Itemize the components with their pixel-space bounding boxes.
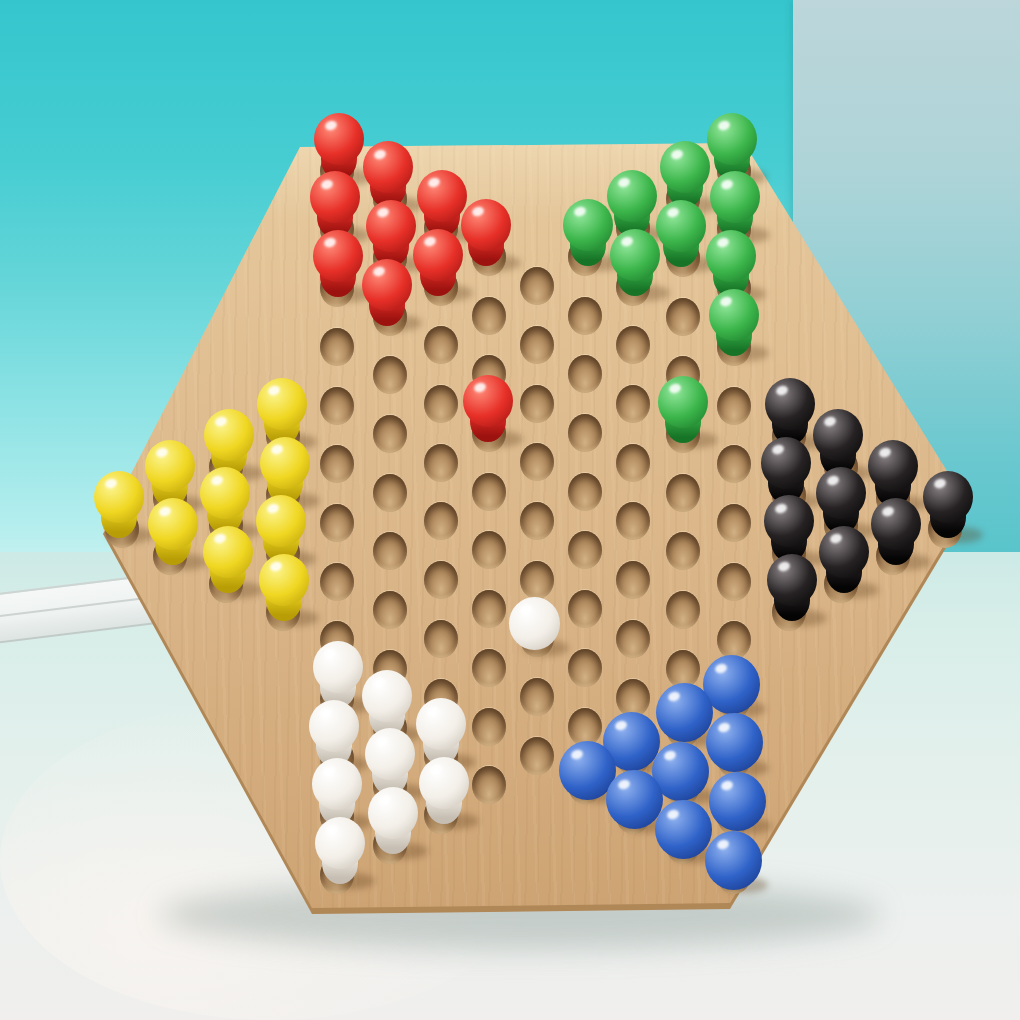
hole-c10-6[interactable] bbox=[616, 561, 650, 599]
specular-highlight bbox=[829, 533, 843, 545]
peg-head bbox=[203, 526, 253, 578]
hole-c7-9[interactable] bbox=[472, 766, 506, 804]
peg-head bbox=[314, 113, 364, 165]
hole-c5-6[interactable] bbox=[373, 532, 407, 570]
specular-highlight bbox=[269, 561, 283, 573]
peg-head bbox=[463, 375, 513, 427]
hole-c8-3[interactable] bbox=[520, 443, 554, 481]
peg-head bbox=[764, 495, 814, 547]
hole-c6-6[interactable] bbox=[424, 561, 458, 599]
hole-c11-7[interactable] bbox=[666, 591, 700, 629]
specular-highlight bbox=[670, 148, 684, 160]
ball bbox=[655, 800, 712, 859]
specular-highlight bbox=[322, 765, 336, 777]
specular-highlight bbox=[714, 662, 728, 674]
specular-highlight bbox=[323, 237, 337, 249]
specular-highlight bbox=[270, 443, 284, 455]
peg-head bbox=[461, 199, 511, 251]
specular-highlight bbox=[323, 648, 337, 660]
specular-highlight bbox=[716, 838, 730, 850]
peg-head bbox=[819, 526, 869, 578]
peg-head bbox=[257, 378, 307, 430]
hole-c9-1[interactable] bbox=[568, 297, 602, 335]
peg-head bbox=[416, 698, 466, 750]
specular-highlight bbox=[668, 383, 682, 395]
specular-highlight bbox=[667, 691, 681, 703]
scene bbox=[0, 0, 1020, 1020]
specular-highlight bbox=[373, 148, 387, 160]
peg-head bbox=[610, 229, 660, 281]
specular-highlight bbox=[573, 206, 587, 218]
ball bbox=[705, 831, 762, 890]
hole-c9-5[interactable] bbox=[568, 531, 602, 569]
peg-head bbox=[366, 200, 416, 252]
hole-c8-8[interactable] bbox=[520, 737, 554, 775]
hole-c4-6[interactable] bbox=[320, 504, 354, 542]
hole-c5-4[interactable] bbox=[373, 415, 407, 453]
peg-head bbox=[813, 409, 863, 461]
specular-highlight bbox=[325, 824, 339, 836]
specular-highlight bbox=[213, 533, 227, 545]
hole-c7-5[interactable] bbox=[472, 531, 506, 569]
hole-c7-8[interactable] bbox=[472, 708, 506, 746]
peg-head bbox=[259, 554, 309, 606]
peg-head bbox=[315, 817, 365, 869]
specular-highlight bbox=[570, 749, 584, 761]
specular-highlight bbox=[933, 477, 947, 489]
peg-head bbox=[923, 471, 973, 523]
peg-head bbox=[148, 498, 198, 550]
peg-head bbox=[417, 170, 467, 222]
hole-c7-6[interactable] bbox=[472, 590, 506, 628]
specular-highlight bbox=[719, 295, 733, 307]
hole-c11-6[interactable] bbox=[666, 532, 700, 570]
specular-highlight bbox=[717, 721, 731, 733]
specular-highlight bbox=[777, 561, 791, 573]
hole-c9-6[interactable] bbox=[568, 590, 602, 628]
specular-highlight bbox=[614, 720, 628, 732]
hole-c12-8[interactable] bbox=[717, 621, 751, 659]
hole-c6-2[interactable] bbox=[424, 326, 458, 364]
peg-head bbox=[765, 378, 815, 430]
specular-highlight bbox=[775, 385, 789, 397]
specular-highlight bbox=[324, 119, 338, 131]
peg-head bbox=[309, 700, 359, 752]
specular-highlight bbox=[266, 502, 280, 514]
hole-c12-5[interactable] bbox=[717, 445, 751, 483]
hole-c8-5[interactable] bbox=[520, 561, 554, 599]
hole-c4-3[interactable] bbox=[320, 328, 354, 366]
peg-head bbox=[871, 498, 921, 550]
peg-head bbox=[658, 376, 708, 428]
peg-head bbox=[419, 757, 469, 809]
specular-highlight bbox=[881, 505, 895, 517]
hole-c9-4[interactable] bbox=[568, 473, 602, 511]
hole-c8-7[interactable] bbox=[520, 678, 554, 716]
ball bbox=[606, 770, 663, 829]
specular-highlight bbox=[666, 207, 680, 219]
hole-c6-3[interactable] bbox=[424, 385, 458, 423]
hole-c11-2[interactable] bbox=[666, 298, 700, 336]
hole-c12-7[interactable] bbox=[717, 563, 751, 601]
specular-highlight bbox=[429, 764, 443, 776]
hole-c4-5[interactable] bbox=[320, 445, 354, 483]
hole-c9-3[interactable] bbox=[568, 414, 602, 452]
specular-highlight bbox=[378, 794, 392, 806]
specular-highlight bbox=[717, 119, 731, 131]
peg-head bbox=[200, 467, 250, 519]
hole-c11-5[interactable] bbox=[666, 474, 700, 512]
specular-highlight bbox=[104, 477, 118, 489]
specular-highlight bbox=[375, 735, 389, 747]
peg-head bbox=[563, 199, 613, 251]
peg-head bbox=[761, 437, 811, 489]
specular-highlight bbox=[319, 706, 333, 718]
ball bbox=[706, 713, 763, 772]
specular-highlight bbox=[617, 177, 631, 189]
peg-head bbox=[362, 259, 412, 311]
peg-head bbox=[656, 200, 706, 252]
peg-head bbox=[767, 554, 817, 606]
hole-c9-7[interactable] bbox=[568, 649, 602, 687]
specular-highlight bbox=[823, 415, 837, 427]
hole-c4-7[interactable] bbox=[320, 563, 354, 601]
specular-highlight bbox=[155, 446, 169, 458]
peg-head bbox=[313, 641, 363, 693]
hole-c7-1[interactable] bbox=[472, 297, 506, 335]
hole-c5-5[interactable] bbox=[373, 474, 407, 512]
hole-c8-1[interactable] bbox=[520, 326, 554, 364]
hole-c5-3[interactable] bbox=[373, 356, 407, 394]
peg-head bbox=[413, 229, 463, 281]
peg-head bbox=[204, 409, 254, 461]
hole-c8-0[interactable] bbox=[520, 267, 554, 305]
peg-head bbox=[660, 141, 710, 193]
hole-c10-7[interactable] bbox=[616, 620, 650, 658]
specular-highlight bbox=[878, 446, 892, 458]
peg-head bbox=[363, 141, 413, 193]
peg-head bbox=[260, 437, 310, 489]
hole-c10-2[interactable] bbox=[616, 326, 650, 364]
hole-c6-4[interactable] bbox=[424, 444, 458, 482]
specular-highlight bbox=[617, 778, 631, 790]
specular-highlight bbox=[376, 207, 390, 219]
hole-c10-4[interactable] bbox=[616, 444, 650, 482]
hole-c7-4[interactable] bbox=[472, 473, 506, 511]
specular-highlight bbox=[716, 237, 730, 249]
peg-head bbox=[368, 787, 418, 839]
specular-highlight bbox=[774, 502, 788, 514]
peg-head bbox=[256, 495, 306, 547]
specular-highlight bbox=[666, 808, 680, 820]
hole-c7-7[interactable] bbox=[472, 649, 506, 687]
hole-c12-6[interactable] bbox=[717, 504, 751, 542]
peg-head bbox=[709, 289, 759, 341]
specular-highlight bbox=[267, 385, 281, 397]
hole-c10-5[interactable] bbox=[616, 502, 650, 540]
specular-highlight bbox=[771, 443, 785, 455]
hole-c4-4[interactable] bbox=[320, 387, 354, 425]
hole-c6-5[interactable] bbox=[424, 502, 458, 540]
ball bbox=[656, 683, 713, 742]
specular-highlight bbox=[372, 265, 386, 277]
peg-head bbox=[868, 440, 918, 492]
specular-highlight bbox=[720, 780, 734, 792]
specular-highlight bbox=[473, 382, 487, 394]
peg-head bbox=[313, 230, 363, 282]
ball bbox=[709, 772, 766, 831]
hole-c5-7[interactable] bbox=[373, 591, 407, 629]
hole-c10-3[interactable] bbox=[616, 385, 650, 423]
specular-highlight bbox=[519, 604, 533, 616]
peg-head bbox=[607, 170, 657, 222]
board-grid bbox=[0, 0, 1020, 1020]
specular-highlight bbox=[372, 676, 386, 688]
hole-c9-8[interactable] bbox=[568, 708, 602, 746]
specular-highlight bbox=[423, 235, 437, 247]
peg-head bbox=[362, 670, 412, 722]
ball bbox=[509, 597, 560, 650]
peg-head bbox=[816, 467, 866, 519]
hole-c6-7[interactable] bbox=[424, 620, 458, 658]
peg-head bbox=[94, 471, 144, 523]
peg-head bbox=[365, 728, 415, 780]
specular-highlight bbox=[663, 750, 677, 762]
specular-highlight bbox=[158, 505, 172, 517]
hole-c12-4[interactable] bbox=[717, 387, 751, 425]
specular-highlight bbox=[320, 178, 334, 190]
hole-c10-8[interactable] bbox=[616, 679, 650, 717]
specular-highlight bbox=[471, 206, 485, 218]
specular-highlight bbox=[426, 705, 440, 717]
specular-highlight bbox=[427, 177, 441, 189]
peg-head bbox=[707, 113, 757, 165]
hole-c8-2[interactable] bbox=[520, 385, 554, 423]
specular-highlight bbox=[214, 415, 228, 427]
specular-highlight bbox=[720, 178, 734, 190]
specular-highlight bbox=[210, 474, 224, 486]
peg-head bbox=[145, 440, 195, 492]
hole-c8-4[interactable] bbox=[520, 502, 554, 540]
hole-c9-2[interactable] bbox=[568, 355, 602, 393]
specular-highlight bbox=[620, 235, 634, 247]
specular-highlight bbox=[826, 474, 840, 486]
peg-head bbox=[706, 230, 756, 282]
